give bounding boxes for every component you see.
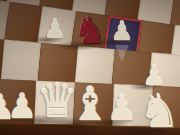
white-pawn-e2[interactable]: ♟ bbox=[106, 91, 137, 126]
white-knight-f2[interactable]: ♞ bbox=[138, 88, 179, 134]
white-pawn-c4[interactable]: ♟ bbox=[43, 16, 66, 42]
white-pawn-e4[interactable]: ♟ bbox=[110, 18, 133, 44]
chess-game-3d: ♟♞♟♟♟♟♟♛♝♟♞ bbox=[0, 0, 180, 135]
red-knight-d4[interactable]: ♞ bbox=[74, 13, 106, 49]
white-bishop-d2[interactable]: ♝ bbox=[69, 81, 110, 127]
pieces-layer: ♟♞♟♟♟♟♟♛♝♟♞ bbox=[0, 0, 180, 135]
white-pawn-a2[interactable]: ♟ bbox=[0, 90, 15, 124]
